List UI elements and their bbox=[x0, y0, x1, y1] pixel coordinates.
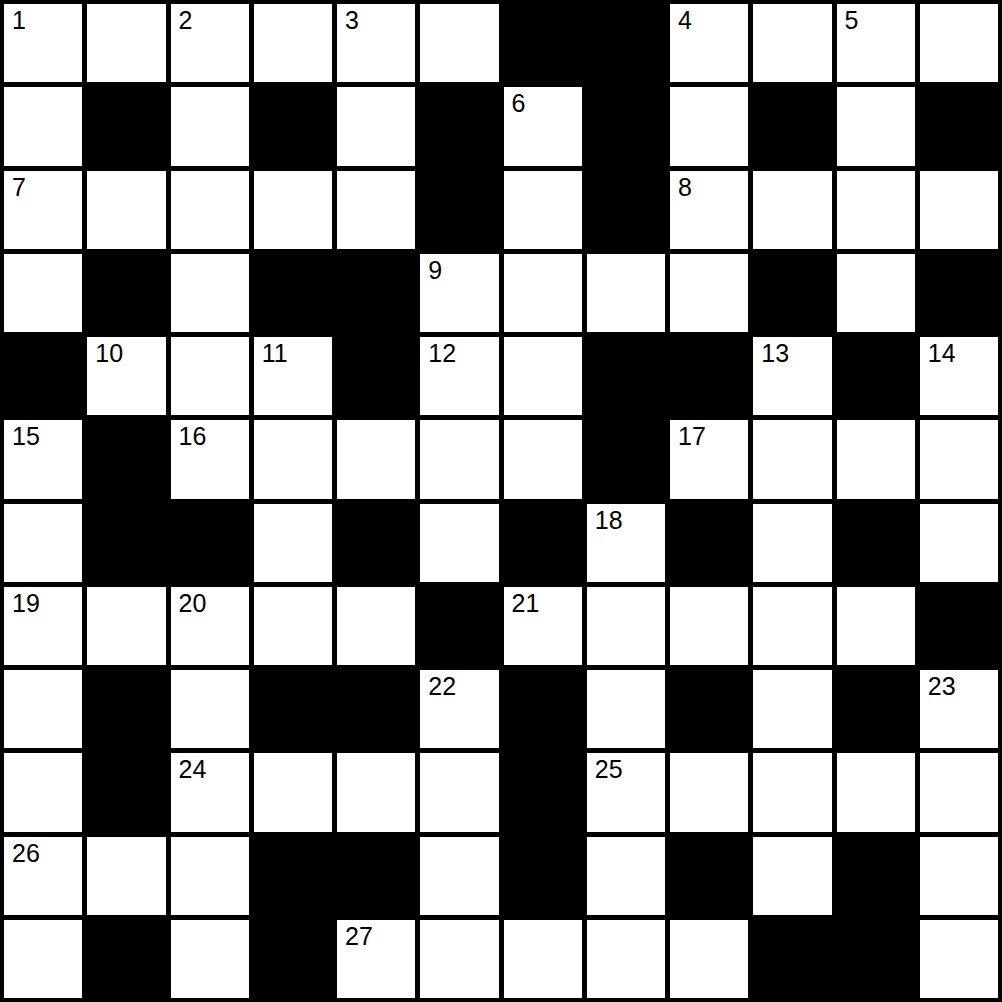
white-cell-r10c10[interactable] bbox=[753, 753, 831, 831]
white-cell-r6c5[interactable] bbox=[337, 420, 415, 498]
black-cell-r11c11 bbox=[837, 837, 915, 915]
black-cell-r2c12 bbox=[920, 87, 998, 165]
white-cell-r1c6[interactable] bbox=[420, 4, 498, 82]
black-cell-r10c2 bbox=[87, 753, 165, 831]
white-cell-r10c8[interactable]: 25 bbox=[587, 753, 665, 831]
black-cell-r2c10 bbox=[753, 87, 831, 165]
black-cell-r11c9 bbox=[670, 837, 748, 915]
black-cell-r4c4 bbox=[254, 254, 332, 332]
white-cell-r1c9[interactable]: 4 bbox=[670, 4, 748, 82]
black-cell-r9c2 bbox=[87, 670, 165, 748]
white-cell-r3c10[interactable] bbox=[753, 171, 831, 249]
white-cell-r6c11[interactable] bbox=[837, 420, 915, 498]
white-cell-r2c7[interactable]: 6 bbox=[504, 87, 582, 165]
black-cell-r4c12 bbox=[920, 254, 998, 332]
white-cell-r9c12[interactable]: 23 bbox=[920, 670, 998, 748]
black-cell-r5c9 bbox=[670, 337, 748, 415]
white-cell-r10c6[interactable] bbox=[420, 753, 498, 831]
white-cell-r11c12[interactable] bbox=[920, 837, 998, 915]
clue-number-13: 13 bbox=[761, 338, 789, 368]
clue-number-5: 5 bbox=[845, 5, 859, 35]
white-cell-r5c7[interactable] bbox=[504, 337, 582, 415]
white-cell-r5c10[interactable]: 13 bbox=[753, 337, 831, 415]
white-cell-r8c7[interactable]: 21 bbox=[504, 587, 582, 665]
white-cell-r4c8[interactable] bbox=[587, 254, 665, 332]
white-cell-r10c4[interactable] bbox=[254, 753, 332, 831]
black-cell-r6c8 bbox=[587, 420, 665, 498]
white-cell-r1c11[interactable]: 5 bbox=[837, 4, 915, 82]
white-cell-r8c10[interactable] bbox=[753, 587, 831, 665]
white-cell-r9c3[interactable] bbox=[171, 670, 249, 748]
white-cell-r12c3[interactable] bbox=[171, 920, 249, 998]
black-cell-r12c4 bbox=[254, 920, 332, 998]
white-cell-r1c4[interactable] bbox=[254, 4, 332, 82]
white-cell-r12c8[interactable] bbox=[587, 920, 665, 998]
clue-number-7: 7 bbox=[12, 172, 26, 202]
clue-number-3: 3 bbox=[345, 5, 359, 35]
white-cell-r7c10[interactable] bbox=[753, 504, 831, 582]
white-cell-r12c6[interactable] bbox=[420, 920, 498, 998]
black-cell-r2c2 bbox=[87, 87, 165, 165]
white-cell-r8c3[interactable]: 20 bbox=[171, 587, 249, 665]
white-cell-r9c10[interactable] bbox=[753, 670, 831, 748]
black-cell-r9c5 bbox=[337, 670, 415, 748]
white-cell-r9c1[interactable] bbox=[4, 670, 82, 748]
clue-number-2: 2 bbox=[179, 5, 193, 35]
white-cell-r11c3[interactable] bbox=[171, 837, 249, 915]
clue-number-14: 14 bbox=[928, 338, 956, 368]
white-cell-r2c5[interactable] bbox=[337, 87, 415, 165]
white-cell-r1c5[interactable]: 3 bbox=[337, 4, 415, 82]
white-cell-r5c4[interactable]: 11 bbox=[254, 337, 332, 415]
white-cell-r6c1[interactable]: 15 bbox=[4, 420, 82, 498]
white-cell-r1c2[interactable] bbox=[87, 4, 165, 82]
crossword-grid: 1234567891011121314151617181920212223242… bbox=[0, 0, 1002, 1002]
black-cell-r5c1 bbox=[4, 337, 82, 415]
black-cell-r1c8 bbox=[587, 4, 665, 82]
white-cell-r5c12[interactable]: 14 bbox=[920, 337, 998, 415]
black-cell-r7c9 bbox=[670, 504, 748, 582]
white-cell-r10c1[interactable] bbox=[4, 753, 82, 831]
black-cell-r9c4 bbox=[254, 670, 332, 748]
black-cell-r10c7 bbox=[504, 753, 582, 831]
white-cell-r10c5[interactable] bbox=[337, 753, 415, 831]
clue-number-6: 6 bbox=[512, 88, 526, 118]
white-cell-r11c10[interactable] bbox=[753, 837, 831, 915]
clue-number-19: 19 bbox=[12, 588, 40, 618]
white-cell-r7c1[interactable] bbox=[4, 504, 82, 582]
black-cell-r7c5 bbox=[337, 504, 415, 582]
white-cell-r4c3[interactable] bbox=[171, 254, 249, 332]
white-cell-r3c2[interactable] bbox=[87, 171, 165, 249]
white-cell-r6c3[interactable]: 16 bbox=[171, 420, 249, 498]
black-cell-r2c4 bbox=[254, 87, 332, 165]
white-cell-r8c9[interactable] bbox=[670, 587, 748, 665]
white-cell-r12c12[interactable] bbox=[920, 920, 998, 998]
white-cell-r7c12[interactable] bbox=[920, 504, 998, 582]
white-cell-r3c3[interactable] bbox=[171, 171, 249, 249]
white-cell-r4c9[interactable] bbox=[670, 254, 748, 332]
white-cell-r3c5[interactable] bbox=[337, 171, 415, 249]
black-cell-r7c2 bbox=[87, 504, 165, 582]
white-cell-r3c1[interactable]: 7 bbox=[4, 171, 82, 249]
black-cell-r2c6 bbox=[420, 87, 498, 165]
white-cell-r8c5[interactable] bbox=[337, 587, 415, 665]
black-cell-r4c2 bbox=[87, 254, 165, 332]
black-cell-r5c8 bbox=[587, 337, 665, 415]
white-cell-r2c11[interactable] bbox=[837, 87, 915, 165]
clue-number-24: 24 bbox=[179, 754, 207, 784]
black-cell-r5c5 bbox=[337, 337, 415, 415]
white-cell-r6c12[interactable] bbox=[920, 420, 998, 498]
clue-number-4: 4 bbox=[678, 5, 692, 35]
white-cell-r4c1[interactable] bbox=[4, 254, 82, 332]
white-cell-r5c3[interactable] bbox=[171, 337, 249, 415]
black-cell-r12c11 bbox=[837, 920, 915, 998]
white-cell-r12c5[interactable]: 27 bbox=[337, 920, 415, 998]
black-cell-r3c8 bbox=[587, 171, 665, 249]
clue-number-10: 10 bbox=[95, 338, 123, 368]
black-cell-r11c7 bbox=[504, 837, 582, 915]
white-cell-r2c9[interactable] bbox=[670, 87, 748, 165]
black-cell-r7c7 bbox=[504, 504, 582, 582]
black-cell-r4c5 bbox=[337, 254, 415, 332]
white-cell-r6c6[interactable] bbox=[420, 420, 498, 498]
white-cell-r8c4[interactable] bbox=[254, 587, 332, 665]
clue-number-27: 27 bbox=[345, 921, 373, 951]
white-cell-r7c8[interactable]: 18 bbox=[587, 504, 665, 582]
clue-number-21: 21 bbox=[512, 588, 540, 618]
white-cell-r4c7[interactable] bbox=[504, 254, 582, 332]
white-cell-r10c9[interactable] bbox=[670, 753, 748, 831]
black-cell-r2c8 bbox=[587, 87, 665, 165]
black-cell-r12c2 bbox=[87, 920, 165, 998]
white-cell-r12c7[interactable] bbox=[504, 920, 582, 998]
white-cell-r6c7[interactable] bbox=[504, 420, 582, 498]
white-cell-r12c9[interactable] bbox=[670, 920, 748, 998]
black-cell-r7c11 bbox=[837, 504, 915, 582]
clue-number-18: 18 bbox=[595, 505, 623, 535]
white-cell-r3c9[interactable]: 8 bbox=[670, 171, 748, 249]
white-cell-r6c4[interactable] bbox=[254, 420, 332, 498]
white-cell-r4c11[interactable] bbox=[837, 254, 915, 332]
white-cell-r3c11[interactable] bbox=[837, 171, 915, 249]
white-cell-r7c4[interactable] bbox=[254, 504, 332, 582]
white-cell-r8c2[interactable] bbox=[87, 587, 165, 665]
clue-number-16: 16 bbox=[179, 421, 207, 451]
white-cell-r3c12[interactable] bbox=[920, 171, 998, 249]
black-cell-r12c10 bbox=[753, 920, 831, 998]
white-cell-r1c1[interactable]: 1 bbox=[4, 4, 82, 82]
clue-number-20: 20 bbox=[179, 588, 207, 618]
black-cell-r11c5 bbox=[337, 837, 415, 915]
clue-number-23: 23 bbox=[928, 671, 956, 701]
clue-number-22: 22 bbox=[428, 671, 456, 701]
clue-number-11: 11 bbox=[262, 338, 288, 368]
black-cell-r9c7 bbox=[504, 670, 582, 748]
white-cell-r7c6[interactable] bbox=[420, 504, 498, 582]
white-cell-r5c6[interactable]: 12 bbox=[420, 337, 498, 415]
black-cell-r8c6 bbox=[420, 587, 498, 665]
white-cell-r8c8[interactable] bbox=[587, 587, 665, 665]
white-cell-r12c1[interactable] bbox=[4, 920, 82, 998]
white-cell-r1c3[interactable]: 2 bbox=[171, 4, 249, 82]
white-cell-r3c4[interactable] bbox=[254, 171, 332, 249]
white-cell-r11c1[interactable]: 26 bbox=[4, 837, 82, 915]
clue-number-9: 9 bbox=[428, 255, 442, 285]
black-cell-r9c9 bbox=[670, 670, 748, 748]
white-cell-r9c8[interactable] bbox=[587, 670, 665, 748]
white-cell-r2c3[interactable] bbox=[171, 87, 249, 165]
white-cell-r11c8[interactable] bbox=[587, 837, 665, 915]
white-cell-r6c10[interactable] bbox=[753, 420, 831, 498]
black-cell-r1c7 bbox=[504, 4, 582, 82]
white-cell-r10c12[interactable] bbox=[920, 753, 998, 831]
clue-number-17: 17 bbox=[678, 421, 706, 451]
white-cell-r4c6[interactable]: 9 bbox=[420, 254, 498, 332]
white-cell-r9c6[interactable]: 22 bbox=[420, 670, 498, 748]
white-cell-r10c11[interactable] bbox=[837, 753, 915, 831]
clue-number-25: 25 bbox=[595, 754, 623, 784]
black-cell-r9c11 bbox=[837, 670, 915, 748]
clue-number-15: 15 bbox=[12, 421, 40, 451]
white-cell-r10c3[interactable]: 24 bbox=[171, 753, 249, 831]
white-cell-r11c2[interactable] bbox=[87, 837, 165, 915]
black-cell-r7c3 bbox=[171, 504, 249, 582]
white-cell-r8c1[interactable]: 19 bbox=[4, 587, 82, 665]
black-cell-r4c10 bbox=[753, 254, 831, 332]
white-cell-r1c10[interactable] bbox=[753, 4, 831, 82]
white-cell-r6c9[interactable]: 17 bbox=[670, 420, 748, 498]
white-cell-r3c7[interactable] bbox=[504, 171, 582, 249]
black-cell-r11c4 bbox=[254, 837, 332, 915]
clue-number-12: 12 bbox=[428, 338, 456, 368]
clue-number-8: 8 bbox=[678, 172, 692, 202]
white-cell-r5c2[interactable]: 10 bbox=[87, 337, 165, 415]
black-cell-r8c12 bbox=[920, 587, 998, 665]
white-cell-r8c11[interactable] bbox=[837, 587, 915, 665]
black-cell-r5c11 bbox=[837, 337, 915, 415]
black-cell-r6c2 bbox=[87, 420, 165, 498]
white-cell-r2c1[interactable] bbox=[4, 87, 82, 165]
black-cell-r3c6 bbox=[420, 171, 498, 249]
clue-number-1: 1 bbox=[12, 5, 26, 35]
clue-number-26: 26 bbox=[12, 838, 40, 868]
white-cell-r11c6[interactable] bbox=[420, 837, 498, 915]
white-cell-r1c12[interactable] bbox=[920, 4, 998, 82]
